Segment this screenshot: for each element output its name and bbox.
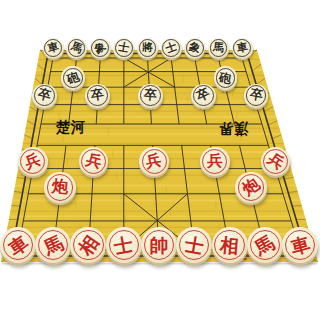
piece-glyph: 車 [46, 41, 59, 54]
piece-glyph: 砲 [218, 71, 232, 85]
piece-red-advisor[interactable]: 士 [106, 227, 142, 263]
piece-glyph: 馬 [252, 232, 278, 258]
piece-glyph: 象 [93, 41, 108, 56]
piece-black-chariot[interactable]: 車 [232, 38, 253, 59]
piece-glyph: 相 [75, 232, 101, 258]
piece-glyph: 兵 [23, 152, 43, 172]
piece-glyph: 士 [118, 42, 131, 55]
piece-glyph: 兵 [145, 153, 163, 171]
piece-glyph: 相 [219, 235, 239, 255]
piece-glyph: 卒 [143, 89, 157, 103]
piece-red-horse[interactable]: 馬 [247, 227, 283, 263]
piece-glyph: 砲 [65, 70, 81, 86]
piece-glyph: 卒 [249, 88, 264, 103]
piece-red-chariot[interactable]: 車 [0, 227, 36, 263]
piece-red-cannon[interactable]: 炮 [235, 172, 267, 204]
piece-glyph: 車 [289, 234, 312, 257]
piece-glyph: 兵 [207, 154, 222, 169]
piece-black-general[interactable]: 將 [137, 38, 158, 59]
piece-black-soldier[interactable]: 卒 [85, 84, 110, 109]
piece-glyph: 馬 [41, 233, 66, 258]
piece-black-elephant[interactable]: 象 [90, 38, 111, 59]
piece-black-soldier[interactable]: 卒 [191, 84, 216, 109]
piece-red-advisor[interactable]: 士 [176, 227, 212, 263]
piece-glyph: 卒 [37, 88, 53, 104]
piece-black-advisor[interactable]: 士 [113, 38, 134, 59]
piece-glyph: 炮 [51, 178, 69, 196]
piece-black-soldier[interactable]: 卒 [138, 84, 163, 109]
xiangqi-photo: 楚河 漢界 車馬象士將士象馬車砲砲卒卒卒卒卒兵兵兵兵兵炮炮車馬相士帥士相馬車 [0, 0, 320, 320]
piece-red-soldier[interactable]: 兵 [79, 147, 109, 177]
piece-glyph: 兵 [84, 152, 103, 171]
piece-red-elephant[interactable]: 相 [212, 227, 248, 263]
piece-black-horse[interactable]: 馬 [208, 38, 229, 59]
piece-glyph: 車 [5, 232, 31, 258]
piece-glyph: 卒 [90, 88, 105, 103]
piece-black-soldier[interactable]: 卒 [244, 84, 269, 109]
piece-red-soldier[interactable]: 兵 [18, 147, 48, 177]
piece-glyph: 馬 [212, 42, 224, 54]
piece-black-horse[interactable]: 馬 [66, 38, 87, 59]
piece-black-elephant[interactable]: 象 [184, 38, 205, 59]
piece-glyph: 兵 [265, 151, 286, 172]
piece-red-general[interactable]: 帥 [141, 227, 177, 263]
piece-glyph: 將 [142, 43, 153, 54]
piece-black-cannon[interactable]: 砲 [61, 66, 84, 89]
piece-glyph: 炮 [240, 176, 263, 199]
piece-red-soldier[interactable]: 兵 [200, 147, 230, 177]
pieces-layer: 車馬象士將士象馬車砲砲卒卒卒卒卒兵兵兵兵兵炮炮車馬相士帥士相馬車 [0, 0, 320, 320]
piece-black-cannon[interactable]: 砲 [214, 66, 237, 89]
piece-glyph: 象 [188, 41, 201, 54]
piece-glyph: 士 [113, 234, 135, 256]
piece-red-cannon[interactable]: 炮 [44, 172, 76, 204]
piece-black-soldier[interactable]: 卒 [32, 84, 57, 109]
piece-black-chariot[interactable]: 車 [43, 38, 64, 59]
piece-red-soldier[interactable]: 兵 [261, 147, 291, 177]
piece-glyph: 馬 [70, 41, 84, 55]
piece-glyph: 帥 [150, 236, 169, 255]
piece-red-elephant[interactable]: 相 [70, 227, 106, 263]
piece-glyph: 卒 [195, 87, 212, 104]
piece-red-chariot[interactable]: 車 [282, 227, 318, 263]
piece-red-horse[interactable]: 馬 [35, 227, 71, 263]
piece-red-soldier[interactable]: 兵 [139, 147, 169, 177]
piece-glyph: 士 [183, 234, 205, 256]
piece-black-advisor[interactable]: 士 [161, 38, 182, 59]
piece-glyph: 士 [164, 41, 178, 55]
piece-glyph: 車 [236, 42, 249, 55]
